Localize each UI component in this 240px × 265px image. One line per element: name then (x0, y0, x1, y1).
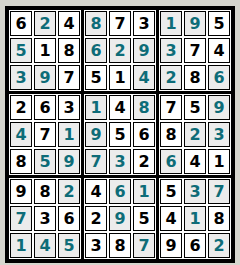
block-3-3: 537418962 (159, 178, 231, 259)
cell-r5c9[interactable]: 3 (208, 122, 230, 147)
cell-r1c9[interactable]: 5 (208, 11, 230, 36)
cell-r9c3[interactable]: 5 (58, 233, 80, 258)
cell-r4c6[interactable]: 8 (133, 95, 155, 120)
cell-r1c6[interactable]: 3 (133, 11, 155, 36)
cell-r4c3[interactable]: 3 (58, 95, 80, 120)
cell-r5c4[interactable]: 9 (85, 122, 107, 147)
cell-r7c2[interactable]: 8 (34, 179, 56, 204)
cell-r9c5[interactable]: 8 (109, 233, 131, 258)
cell-r7c1[interactable]: 9 (10, 179, 32, 204)
cell-r8c6[interactable]: 5 (133, 206, 155, 231)
cell-r1c2[interactable]: 2 (34, 11, 56, 36)
cell-r2c4[interactable]: 6 (85, 38, 107, 63)
cell-r3c1[interactable]: 3 (10, 65, 32, 90)
cell-r8c1[interactable]: 7 (10, 206, 32, 231)
cell-r2c2[interactable]: 1 (34, 38, 56, 63)
block-3-2: 461295387 (84, 178, 156, 259)
cell-r1c3[interactable]: 4 (58, 11, 80, 36)
cell-r2c5[interactable]: 2 (109, 38, 131, 63)
cell-r8c5[interactable]: 9 (109, 206, 131, 231)
cell-r9c4[interactable]: 3 (85, 233, 107, 258)
cell-r2c8[interactable]: 7 (184, 38, 206, 63)
cell-r4c2[interactable]: 6 (34, 95, 56, 120)
cell-r6c7[interactable]: 6 (160, 149, 182, 174)
cell-r1c1[interactable]: 6 (10, 11, 32, 36)
cell-r4c4[interactable]: 1 (85, 95, 107, 120)
cell-r4c7[interactable]: 7 (160, 95, 182, 120)
cell-r5c8[interactable]: 2 (184, 122, 206, 147)
cell-r9c1[interactable]: 1 (10, 233, 32, 258)
cell-r7c6[interactable]: 1 (133, 179, 155, 204)
cell-r9c8[interactable]: 6 (184, 233, 206, 258)
block-2-2: 148956732 (84, 94, 156, 175)
cell-r3c3[interactable]: 7 (58, 65, 80, 90)
block-1-2: 873629514 (84, 10, 156, 91)
cell-r8c7[interactable]: 4 (160, 206, 182, 231)
cell-r7c8[interactable]: 3 (184, 179, 206, 204)
cell-r5c3[interactable]: 1 (58, 122, 80, 147)
cell-r7c3[interactable]: 2 (58, 179, 80, 204)
block-1-1: 624518397 (9, 10, 81, 91)
cell-r1c8[interactable]: 9 (184, 11, 206, 36)
cell-r4c1[interactable]: 2 (10, 95, 32, 120)
cell-r2c1[interactable]: 5 (10, 38, 32, 63)
cell-r8c4[interactable]: 2 (85, 206, 107, 231)
cell-r9c7[interactable]: 9 (160, 233, 182, 258)
cell-r2c7[interactable]: 3 (160, 38, 182, 63)
cell-r4c9[interactable]: 9 (208, 95, 230, 120)
cell-r7c5[interactable]: 6 (109, 179, 131, 204)
block-2-1: 263471859 (9, 94, 81, 175)
cell-r5c1[interactable]: 4 (10, 122, 32, 147)
cell-r1c7[interactable]: 1 (160, 11, 182, 36)
cell-r8c3[interactable]: 6 (58, 206, 80, 231)
cell-r7c7[interactable]: 5 (160, 179, 182, 204)
cell-r7c9[interactable]: 7 (208, 179, 230, 204)
cell-r3c8[interactable]: 8 (184, 65, 206, 90)
cell-r6c3[interactable]: 9 (58, 149, 80, 174)
cell-r6c4[interactable]: 7 (85, 149, 107, 174)
cell-r2c6[interactable]: 9 (133, 38, 155, 63)
cell-r3c9[interactable]: 6 (208, 65, 230, 90)
cell-r5c7[interactable]: 8 (160, 122, 182, 147)
cell-r9c2[interactable]: 4 (34, 233, 56, 258)
cell-r6c1[interactable]: 8 (10, 149, 32, 174)
cell-r8c2[interactable]: 3 (34, 206, 56, 231)
cell-r5c6[interactable]: 6 (133, 122, 155, 147)
cell-r1c4[interactable]: 8 (85, 11, 107, 36)
cell-r2c9[interactable]: 4 (208, 38, 230, 63)
cell-r3c4[interactable]: 5 (85, 65, 107, 90)
cell-r6c6[interactable]: 2 (133, 149, 155, 174)
cell-r9c6[interactable]: 7 (133, 233, 155, 258)
cell-r4c8[interactable]: 5 (184, 95, 206, 120)
cell-r3c6[interactable]: 4 (133, 65, 155, 90)
cell-r1c5[interactable]: 7 (109, 11, 131, 36)
cell-r2c3[interactable]: 8 (58, 38, 80, 63)
cell-r6c9[interactable]: 1 (208, 149, 230, 174)
page: 6245183978736295141953742862634718591489… (0, 0, 240, 263)
cell-r5c5[interactable]: 5 (109, 122, 131, 147)
cell-r8c9[interactable]: 8 (208, 206, 230, 231)
cell-r8c8[interactable]: 1 (184, 206, 206, 231)
cell-r7c4[interactable]: 4 (85, 179, 107, 204)
cell-r3c7[interactable]: 2 (160, 65, 182, 90)
cell-r6c8[interactable]: 4 (184, 149, 206, 174)
cell-r9c9[interactable]: 2 (208, 233, 230, 258)
cell-r4c5[interactable]: 4 (109, 95, 131, 120)
sudoku-board: 6245183978736295141953742862634718591489… (5, 6, 235, 263)
cell-r5c2[interactable]: 7 (34, 122, 56, 147)
cell-r6c5[interactable]: 3 (109, 149, 131, 174)
cell-r3c2[interactable]: 9 (34, 65, 56, 90)
cell-r6c2[interactable]: 5 (34, 149, 56, 174)
block-3-1: 982736145 (9, 178, 81, 259)
block-1-3: 195374286 (159, 10, 231, 91)
block-2-3: 759823641 (159, 94, 231, 175)
cell-r3c5[interactable]: 1 (109, 65, 131, 90)
